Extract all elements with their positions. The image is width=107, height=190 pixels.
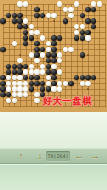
black-stone [23, 35, 28, 40]
white-stone [6, 86, 11, 91]
black-stone [34, 81, 39, 86]
white-stone [17, 92, 22, 97]
black-stone [91, 24, 96, 29]
white-stone [34, 92, 39, 97]
black-stone [40, 47, 45, 52]
black-stone [29, 81, 34, 86]
grid-line [99, 4, 100, 107]
white-stone [57, 58, 62, 63]
white-stone [80, 24, 85, 29]
black-stone [23, 41, 28, 46]
white-stone [12, 75, 17, 80]
white-stone [74, 30, 79, 35]
black-stone [40, 86, 45, 91]
white-stone [68, 47, 73, 52]
black-stone [17, 18, 22, 23]
black-stone [46, 64, 51, 69]
black-stone [12, 18, 17, 23]
white-stone [12, 98, 17, 103]
black-stone [91, 75, 96, 80]
black-stone [80, 75, 85, 80]
white-stone [17, 75, 22, 80]
white-stone [63, 47, 68, 52]
black-stone [74, 75, 79, 80]
star-point [87, 88, 89, 90]
up-arrow-icon[interactable]: ↑ [15, 150, 27, 162]
black-stone [91, 7, 96, 12]
black-stone [85, 30, 90, 35]
black-stone [34, 75, 39, 80]
black-stone [23, 30, 28, 35]
black-stone [51, 52, 56, 57]
white-stone [34, 30, 39, 35]
black-stone [63, 18, 68, 23]
black-stone [40, 13, 45, 18]
black-stone [85, 18, 90, 23]
black-stone [34, 41, 39, 46]
black-stone [91, 18, 96, 23]
white-stone [85, 35, 90, 40]
white-stone [68, 13, 73, 18]
white-stone [51, 13, 56, 18]
left-arrow-icon[interactable]: ← [73, 150, 85, 162]
black-stone [12, 64, 17, 69]
white-stone [63, 7, 68, 12]
white-stone [46, 13, 51, 18]
black-stone [85, 75, 90, 80]
black-stone [0, 75, 5, 80]
white-stone [40, 69, 45, 74]
black-stone [17, 24, 22, 29]
grid-line [71, 4, 72, 107]
black-stone [46, 52, 51, 57]
black-stone [17, 13, 22, 18]
white-stone [85, 81, 90, 86]
black-stone [80, 13, 85, 18]
white-stone [23, 86, 28, 91]
black-stone [46, 86, 51, 91]
white-stone [17, 1, 22, 6]
black-stone [17, 69, 22, 74]
white-stone [12, 41, 17, 46]
white-stone [6, 98, 11, 103]
white-stone [97, 1, 102, 6]
black-stone [51, 81, 56, 86]
black-stone [12, 13, 17, 18]
star-point [19, 54, 21, 56]
right-arrow-icon[interactable]: → [89, 150, 101, 162]
white-stone [68, 7, 73, 12]
black-stone [57, 35, 62, 40]
white-stone [6, 75, 11, 80]
black-stone [80, 30, 85, 35]
white-stone [29, 64, 34, 69]
black-stone [0, 47, 5, 52]
white-stone [29, 30, 34, 35]
white-stone [17, 86, 22, 91]
move-counter-button[interactable]: 78(264) [46, 151, 70, 161]
white-stone [34, 58, 39, 63]
black-stone [0, 81, 5, 86]
white-stone [51, 64, 56, 69]
black-stone [12, 69, 17, 74]
black-stone [6, 64, 11, 69]
white-stone [12, 92, 17, 97]
white-stone [12, 81, 17, 86]
black-stone [29, 86, 34, 91]
black-stone [51, 75, 56, 80]
white-stone [46, 75, 51, 80]
black-stone [29, 75, 34, 80]
white-stone [17, 81, 22, 86]
black-stone [51, 69, 56, 74]
white-stone [57, 86, 62, 91]
black-stone [80, 35, 85, 40]
black-stone [23, 75, 28, 80]
down-arrow-icon[interactable]: ↓ [34, 150, 46, 162]
white-stone [74, 1, 79, 6]
black-stone [34, 47, 39, 52]
black-stone [51, 47, 56, 52]
black-stone [0, 18, 5, 23]
app-screen: 好大一盘棋 ↑ ↓ 78(264) ← → [0, 0, 107, 190]
white-stone [6, 81, 11, 86]
star-point [53, 20, 55, 22]
black-stone [6, 13, 11, 18]
white-stone [12, 86, 17, 91]
black-stone [6, 69, 11, 74]
black-stone [34, 7, 39, 12]
white-stone [63, 81, 68, 86]
black-stone [74, 35, 79, 40]
black-stone [51, 35, 56, 40]
black-stone [46, 58, 51, 63]
black-stone [51, 58, 56, 63]
white-stone [17, 58, 22, 63]
black-stone [0, 86, 5, 91]
black-stone [17, 64, 22, 69]
grid-line [77, 4, 78, 107]
white-stone [29, 69, 34, 74]
board-caption: 好大一盘棋 [43, 95, 92, 108]
white-stone [80, 81, 85, 86]
white-stone [40, 35, 45, 40]
black-stone [23, 24, 28, 29]
white-stone [46, 81, 51, 86]
white-stone [46, 47, 51, 52]
grid-line [105, 4, 106, 107]
white-stone [57, 81, 62, 86]
white-stone [57, 52, 62, 57]
white-stone [23, 81, 28, 86]
white-stone [46, 41, 51, 46]
white-stone [23, 1, 28, 6]
lower-panel [0, 165, 107, 190]
white-stone [57, 69, 62, 74]
black-stone [34, 52, 39, 57]
white-stone [34, 98, 39, 103]
white-stone [57, 1, 62, 6]
black-stone [46, 69, 51, 74]
black-stone [23, 64, 28, 69]
white-stone [51, 86, 56, 91]
black-stone [0, 92, 5, 97]
black-stone [85, 7, 90, 12]
black-stone [40, 81, 45, 86]
white-stone [29, 52, 34, 57]
black-stone [80, 52, 85, 57]
black-stone [68, 81, 73, 86]
white-stone [29, 24, 34, 29]
black-stone [6, 92, 11, 97]
white-stone [23, 69, 28, 74]
white-stone [74, 24, 79, 29]
white-stone [40, 64, 45, 69]
black-stone [34, 13, 39, 18]
black-stone [51, 41, 56, 46]
white-stone [23, 92, 28, 97]
white-stone [23, 18, 28, 23]
navigation-toolbar: ↑ ↓ 78(264) ← → [0, 148, 107, 164]
comment-panel [0, 112, 107, 148]
white-stone [34, 69, 39, 74]
star-point [87, 54, 89, 56]
black-stone [29, 35, 34, 40]
white-stone [91, 1, 96, 6]
white-stone [40, 52, 45, 57]
